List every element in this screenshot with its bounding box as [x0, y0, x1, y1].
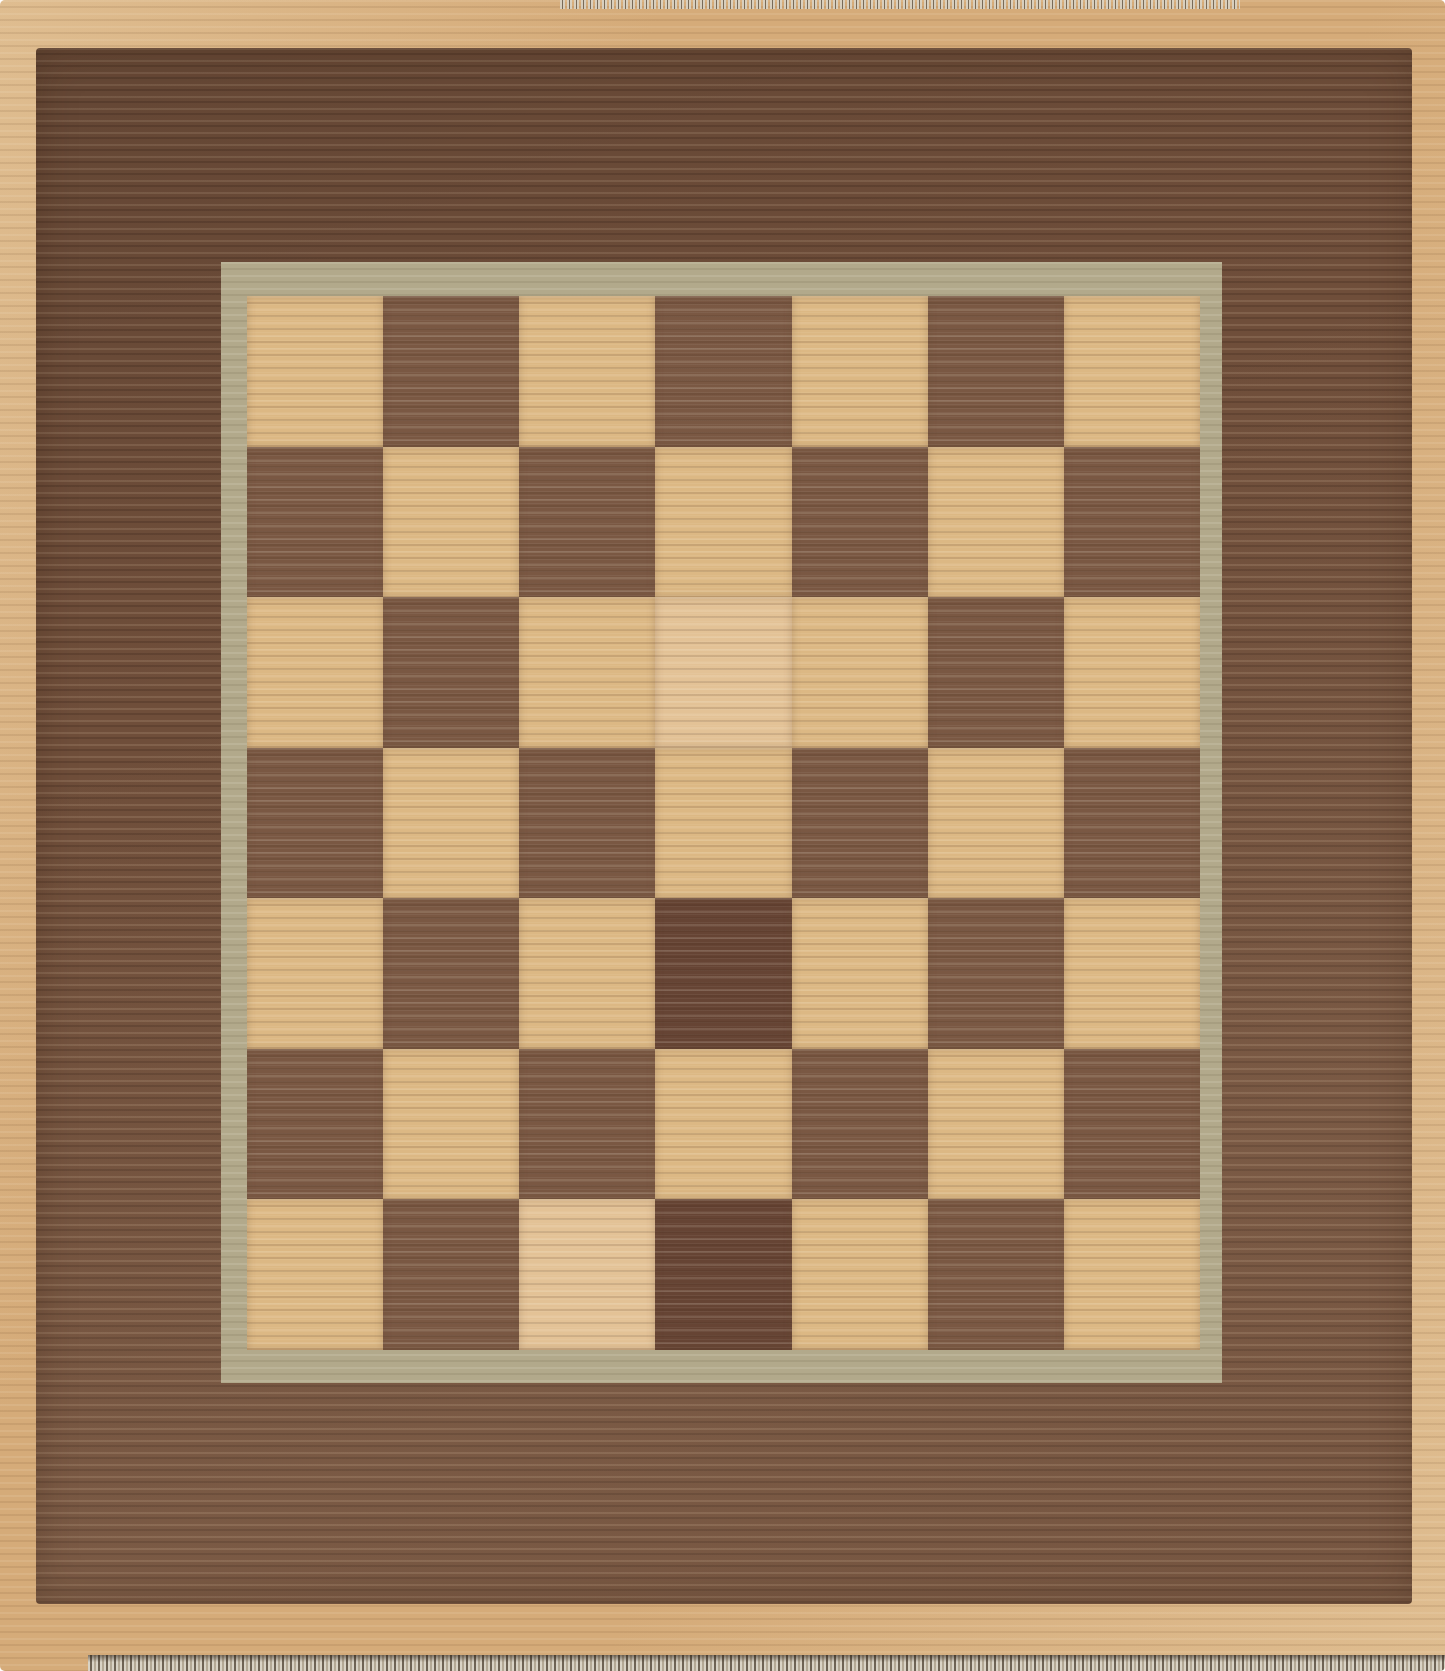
- square-r3c4: [655, 597, 791, 748]
- square-r5c7: [1064, 898, 1200, 1049]
- square-r4c5: [792, 748, 928, 899]
- square-r6c1: [247, 1049, 383, 1200]
- square-r2c3: [519, 447, 655, 598]
- square-r5c2: [383, 898, 519, 1049]
- square-r6c7: [1064, 1049, 1200, 1200]
- square-r1c3: [519, 296, 655, 447]
- square-r1c4: [655, 296, 791, 447]
- square-r6c2: [383, 1049, 519, 1200]
- square-r4c1: [247, 748, 383, 899]
- square-r4c2: [383, 748, 519, 899]
- square-r7c6: [928, 1199, 1064, 1350]
- square-r7c3: [519, 1199, 655, 1350]
- square-r2c2: [383, 447, 519, 598]
- square-r3c3: [519, 597, 655, 748]
- checkerboard: [247, 296, 1200, 1350]
- square-r7c4: [655, 1199, 791, 1350]
- square-r5c6: [928, 898, 1064, 1049]
- square-r2c5: [792, 447, 928, 598]
- square-r7c1: [247, 1199, 383, 1350]
- square-r4c3: [519, 748, 655, 899]
- square-r2c1: [247, 447, 383, 598]
- square-r1c7: [1064, 296, 1200, 447]
- square-r5c3: [519, 898, 655, 1049]
- square-r3c5: [792, 597, 928, 748]
- square-r2c6: [928, 447, 1064, 598]
- square-r6c6: [928, 1049, 1064, 1200]
- square-r3c7: [1064, 597, 1200, 748]
- square-r1c2: [383, 296, 519, 447]
- square-r4c7: [1064, 748, 1200, 899]
- square-r2c7: [1064, 447, 1200, 598]
- square-r7c5: [792, 1199, 928, 1350]
- square-r5c4: [655, 898, 791, 1049]
- square-r3c2: [383, 597, 519, 748]
- square-r5c1: [247, 898, 383, 1049]
- square-r3c6: [928, 597, 1064, 748]
- square-r1c6: [928, 296, 1064, 447]
- square-r1c5: [792, 296, 928, 447]
- rug: [0, 0, 1445, 1671]
- top-fringe: [560, 0, 1240, 9]
- square-r1c1: [247, 296, 383, 447]
- square-r7c2: [383, 1199, 519, 1350]
- checkerboard-border: [221, 262, 1222, 1383]
- square-r5c5: [792, 898, 928, 1049]
- square-r2c4: [655, 447, 791, 598]
- square-r6c5: [792, 1049, 928, 1200]
- square-r6c4: [655, 1049, 791, 1200]
- square-r4c4: [655, 748, 791, 899]
- bottom-fringe: [88, 1655, 1445, 1671]
- square-r4c6: [928, 748, 1064, 899]
- square-r7c7: [1064, 1199, 1200, 1350]
- square-r3c1: [247, 597, 383, 748]
- square-r6c3: [519, 1049, 655, 1200]
